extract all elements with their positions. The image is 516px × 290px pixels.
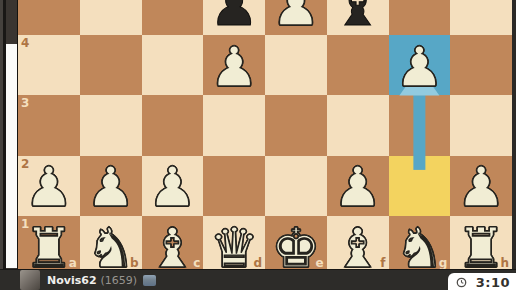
square-b4[interactable] — [80, 35, 142, 95]
square-f1[interactable]: f♝ — [327, 216, 389, 276]
piece-white-p-f2[interactable]: ♟ — [327, 158, 389, 218]
square-h2[interactable]: ♟ — [450, 156, 512, 216]
player-name[interactable]: Novis62 — [47, 274, 97, 287]
square-a1[interactable]: 1a♜ — [18, 216, 80, 276]
square-g2[interactable] — [389, 156, 451, 216]
square-e3[interactable] — [265, 95, 327, 155]
square-b2[interactable]: ♟ — [80, 156, 142, 216]
square-a4[interactable]: 4 — [18, 35, 80, 95]
piece-white-p-h2[interactable]: ♟ — [450, 158, 512, 218]
square-g4[interactable]: ♟ — [389, 35, 451, 95]
file-label-d: d — [253, 257, 262, 269]
square-c4[interactable] — [142, 35, 204, 95]
square-d2[interactable] — [203, 156, 265, 216]
square-e1[interactable]: e♚ — [265, 216, 327, 276]
square-d5[interactable]: ♟ — [203, 0, 265, 35]
square-c5[interactable] — [142, 0, 204, 35]
square-c3[interactable] — [142, 95, 204, 155]
file-label-a: a — [69, 257, 77, 269]
square-e4[interactable] — [265, 35, 327, 95]
file-label-e: e — [316, 257, 324, 269]
rank-label-3: 3 — [21, 97, 29, 109]
square-h5[interactable] — [450, 0, 512, 35]
square-d4[interactable]: ♟ — [203, 35, 265, 95]
chess-board[interactable]: ♟♟♝4♟♟32♟♟♟♟♟1a♜b♞c♝d♛e♚f♝g♞h♜ — [18, 0, 512, 276]
square-g1[interactable]: g♞ — [389, 216, 451, 276]
square-c1[interactable]: c♝ — [142, 216, 204, 276]
file-label-f: f — [380, 257, 385, 269]
square-f3[interactable] — [327, 95, 389, 155]
square-g3[interactable] — [389, 95, 451, 155]
piece-black-b-f5[interactable]: ♝ — [327, 0, 389, 37]
square-b5[interactable] — [80, 0, 142, 35]
piece-white-p-g4[interactable]: ♟ — [389, 37, 451, 97]
square-h1[interactable]: h♜ — [450, 216, 512, 276]
square-d1[interactable]: d♛ — [203, 216, 265, 276]
clock-icon — [456, 277, 467, 288]
square-f5[interactable]: ♝ — [327, 0, 389, 35]
rank-label-1: 1 — [21, 218, 29, 230]
square-a3[interactable]: 3 — [18, 95, 80, 155]
square-b1[interactable]: b♞ — [80, 216, 142, 276]
file-label-c: c — [193, 257, 200, 269]
player-clock: 3:10 — [448, 273, 516, 290]
square-e2[interactable] — [265, 156, 327, 216]
player-avatar[interactable] — [20, 270, 40, 290]
rank-label-4: 4 — [21, 37, 29, 49]
square-d3[interactable] — [203, 95, 265, 155]
square-h3[interactable] — [450, 95, 512, 155]
file-label-g: g — [439, 257, 448, 269]
square-b3[interactable] — [80, 95, 142, 155]
square-g5[interactable] — [389, 0, 451, 35]
player-rating: (1659) — [101, 274, 138, 287]
side-panel-white-card-edge — [6, 44, 17, 268]
square-a5[interactable] — [18, 0, 80, 35]
piece-white-p-b2[interactable]: ♟ — [80, 158, 142, 218]
file-label-h: h — [500, 257, 509, 269]
piece-white-p-c2[interactable]: ♟ — [142, 158, 204, 218]
piece-black-p-d5[interactable]: ♟ — [203, 0, 265, 37]
square-a2[interactable]: 2♟ — [18, 156, 80, 216]
piece-white-p-d4[interactable]: ♟ — [203, 37, 265, 97]
rank-label-2: 2 — [21, 158, 29, 170]
piece-white-p-e5[interactable]: ♟ — [265, 0, 327, 37]
clock-time: 3:10 — [476, 275, 510, 290]
player-bar: Novis62 (1659) — [0, 269, 516, 290]
file-label-b: b — [130, 257, 139, 269]
square-f4[interactable] — [327, 35, 389, 95]
square-c2[interactable]: ♟ — [142, 156, 204, 216]
flag-icon — [143, 275, 156, 286]
square-f2[interactable]: ♟ — [327, 156, 389, 216]
square-e5[interactable]: ♟ — [265, 0, 327, 35]
square-h4[interactable] — [450, 35, 512, 95]
